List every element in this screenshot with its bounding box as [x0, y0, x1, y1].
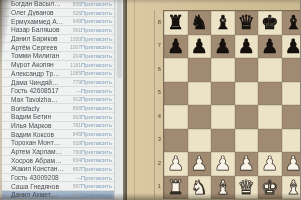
square-b8[interactable]: ♞ — [188, 11, 212, 35]
player-rating: 760 — [66, 149, 81, 155]
square-e8[interactable]: ♚ — [258, 11, 282, 35]
square-a3[interactable] — [164, 129, 188, 153]
player-row[interactable]: Ермухаммед А…649Пригласить — [2, 17, 114, 26]
photo-frame: Богдан Васыл…836ПригласитьОлег Дуванов62… — [0, 0, 300, 200]
piece-black-knight[interactable]: ♞ — [191, 11, 208, 35]
invite-button[interactable]: Пригласить — [81, 157, 114, 163]
player-rating: 845 — [66, 131, 81, 137]
invite-button[interactable]: Пригласить — [81, 18, 114, 24]
player-name: Саша Гнедянов — [11, 183, 66, 190]
square-f3[interactable] — [282, 129, 301, 153]
square-c5[interactable] — [211, 82, 235, 106]
square-e6[interactable] — [258, 58, 282, 82]
player-row[interactable]: Max Tavolzha…912Пригласить — [2, 96, 114, 105]
player-name: Назар Баляшов — [11, 26, 66, 33]
square-f2[interactable]: ♟ — [282, 152, 301, 176]
player-rating: 781 — [66, 122, 81, 128]
player-name: Дама Чиндяй… — [11, 79, 66, 86]
piece-black-queen[interactable]: ♛ — [238, 11, 255, 35]
invite-button[interactable]: Пригласить — [81, 131, 114, 137]
square-e5[interactable] — [258, 82, 282, 106]
invite-button[interactable]: Пригласить — [81, 166, 114, 172]
square-b7[interactable]: ♟ — [188, 35, 212, 59]
piece-white-pawn[interactable]: ♟ — [238, 152, 255, 176]
invite-button[interactable]: Пригласить — [81, 70, 114, 76]
player-rating: 961 — [66, 27, 81, 33]
square-b1[interactable]: ♞ — [188, 176, 212, 200]
player-row[interactable]: Торохан Монт…918Пригласить — [2, 139, 114, 148]
invite-button[interactable]: Пригласить — [81, 175, 114, 181]
player-row[interactable]: Артем Харлам…760Пригласить — [2, 148, 114, 157]
square-c7[interactable]: ♟ — [211, 35, 235, 59]
invite-button[interactable]: Пригласить — [81, 79, 114, 85]
player-rating: 897 — [66, 166, 81, 172]
square-a6[interactable] — [164, 58, 188, 82]
invite-button[interactable]: Пригласить — [81, 149, 114, 155]
invite-button[interactable]: Пригласить — [81, 88, 114, 94]
square-d1[interactable]: ♛ — [235, 176, 259, 200]
player-row[interactable]: Вадим Бетин903Пригласить — [2, 113, 114, 122]
invite-button[interactable]: Пригласить — [81, 183, 114, 189]
player-name: Гость 42608517 — [11, 87, 66, 94]
chess-board[interactable]: ♜♞♝♛♚♝♟♟♟♟♟♟♟♟♟♟♟♟♜♞♝♛♚♝ — [163, 10, 300, 199]
invite-button[interactable]: Пригласить — [81, 1, 114, 7]
player-name: Max Tavolzha… — [11, 96, 66, 103]
square-e2[interactable]: ♟ — [258, 152, 282, 176]
chess-board-area: 87654321 ♜♞♝♛♚♝♟♟♟♟♟♟♟♟♟♟♟♟♜♞♝♛♚♝ — [127, 0, 301, 200]
player-rating: 912 — [66, 96, 81, 102]
square-e7[interactable]: ♟ — [258, 35, 282, 59]
square-c1[interactable]: ♝ — [211, 176, 235, 200]
player-row[interactable]: Хосров Абрам…834Пригласить — [2, 156, 114, 165]
player-row[interactable]: Дама Чиндяй…779Пригласить — [2, 78, 114, 87]
square-b4[interactable] — [188, 105, 212, 129]
square-e4[interactable] — [258, 105, 282, 129]
chess-app-window: Богдан Васыл…836ПригласитьОлег Дуванов62… — [0, 0, 300, 200]
player-rating: 1050 — [66, 36, 81, 42]
player-row[interactable]: Илья Марков781Пригласить — [2, 122, 114, 131]
player-row[interactable]: Жакип Констан…897Пригласить — [2, 165, 114, 174]
invite-button[interactable]: Пригласить — [81, 10, 114, 16]
square-d5[interactable] — [235, 82, 259, 106]
player-rating: 1181 — [66, 62, 81, 68]
square-c4[interactable] — [211, 105, 235, 129]
square-c3[interactable] — [211, 129, 235, 153]
square-c2[interactable]: ♟ — [211, 152, 235, 176]
player-name: Вадим Бетин — [11, 113, 66, 120]
square-d8[interactable]: ♛ — [235, 11, 259, 35]
invite-button[interactable]: Пригласить — [81, 44, 114, 50]
player-row[interactable]: Томми Милиган204Пригласить — [2, 52, 114, 61]
player-rating: 868 — [66, 105, 81, 111]
player-rating: 1007 — [66, 44, 81, 50]
player-name: Артем Харлам… — [11, 148, 66, 155]
piece-black-pawn[interactable]: ♟ — [285, 35, 301, 59]
player-row[interactable]: Богдан Васыл…836Пригласить — [2, 0, 114, 9]
player-row[interactable]: Вадим Коксов845Пригласить — [2, 130, 114, 139]
player-name: Гость 43009208 — [11, 174, 66, 181]
player-rating: 649 — [66, 18, 81, 24]
square-e3[interactable] — [258, 129, 282, 153]
square-a4[interactable] — [164, 105, 188, 129]
piece-white-pawn[interactable]: ♟ — [261, 152, 278, 176]
player-rating: 836 — [66, 1, 81, 7]
piece-white-queen[interactable]: ♛ — [238, 176, 255, 200]
player-rating: — — [66, 175, 81, 181]
piece-white-bishop[interactable]: ♝ — [285, 176, 301, 200]
square-a7[interactable]: ♟ — [164, 35, 188, 59]
piece-black-king[interactable]: ♚ — [261, 11, 278, 35]
piece-white-king[interactable]: ♚ — [261, 176, 278, 200]
piece-white-knight[interactable]: ♞ — [191, 176, 208, 200]
square-c6[interactable] — [211, 58, 235, 82]
player-row[interactable]: Мурот Акопян1181Пригласить — [2, 61, 114, 70]
piece-white-pawn[interactable]: ♟ — [214, 152, 231, 176]
player-rating: 697 — [66, 183, 81, 189]
piece-white-pawn[interactable]: ♟ — [285, 152, 301, 176]
square-f1[interactable]: ♝ — [282, 176, 301, 200]
square-f5[interactable] — [282, 82, 301, 106]
player-row[interactable]: Назар Баляшов961Пригласить — [2, 26, 114, 35]
square-f6[interactable] — [282, 58, 301, 82]
square-b6[interactable] — [188, 58, 212, 82]
square-c8[interactable]: ♝ — [211, 11, 235, 35]
player-name: Артём Сергеев — [11, 44, 66, 51]
player-rating: 918 — [66, 140, 81, 146]
piece-black-pawn[interactable]: ♟ — [191, 35, 208, 59]
player-rating: 903 — [66, 114, 81, 120]
player-row[interactable]: Данил Бариков1050Пригласить — [2, 35, 114, 44]
square-f8[interactable]: ♝ — [282, 11, 301, 35]
piece-black-pawn[interactable]: ♟ — [167, 35, 184, 59]
player-rating: 204 — [66, 53, 81, 59]
player-rating: 834 — [66, 157, 81, 163]
square-a1[interactable]: ♜ — [164, 176, 188, 200]
player-name: Вадим Коксов — [11, 131, 66, 138]
player-row[interactable]: Саша Гнедянов697Пригласить — [2, 182, 114, 191]
player-name: Данил Ахмет… — [11, 191, 66, 198]
piece-black-pawn[interactable]: ♟ — [238, 35, 255, 59]
square-b5[interactable] — [188, 82, 212, 106]
player-name: Торохан Монт… — [11, 139, 66, 146]
player-row[interactable]: Borisfacly868Пригласить — [2, 104, 114, 113]
square-f7[interactable]: ♟ — [282, 35, 301, 59]
piece-white-rook[interactable]: ♜ — [167, 176, 184, 200]
square-d4[interactable] — [235, 105, 259, 129]
player-list: Богдан Васыл…836ПригласитьОлег Дуванов62… — [2, 0, 114, 200]
piece-white-bishop[interactable]: ♝ — [214, 176, 231, 200]
invite-button[interactable]: Пригласить — [81, 140, 114, 146]
piece-black-bishop[interactable]: ♝ — [285, 11, 301, 35]
square-d6[interactable] — [235, 58, 259, 82]
player-name: Данил Бариков — [11, 35, 66, 42]
player-name: Жакип Констан… — [11, 165, 66, 172]
player-name: Хосров Абрам… — [11, 157, 66, 164]
piece-black-pawn[interactable]: ♟ — [214, 35, 231, 59]
player-row[interactable]: Артём Сергеев1007Пригласить — [2, 43, 114, 52]
player-row[interactable]: Гость 43009208—Пригласить — [2, 174, 114, 183]
player-rating: — — [66, 88, 81, 94]
piece-white-pawn[interactable]: ♟ — [191, 152, 208, 176]
invite-button[interactable]: Пригласить — [81, 114, 114, 120]
player-rating: 1085 — [66, 70, 81, 76]
invite-button[interactable]: Пригласить — [81, 53, 114, 59]
player-rating: 626 — [66, 10, 81, 16]
player-name: Borisfacly — [11, 105, 66, 112]
square-d3[interactable] — [235, 129, 259, 153]
square-f4[interactable] — [282, 105, 301, 129]
square-a5[interactable] — [164, 82, 188, 106]
invite-button[interactable]: Пригласить — [81, 62, 114, 68]
invite-button[interactable]: Пригласить — [81, 36, 114, 42]
invite-button[interactable]: Пригласить — [81, 122, 114, 128]
player-name: Ермухаммед А… — [11, 18, 66, 25]
player-name: Мурот Акопян — [11, 61, 66, 68]
square-d7[interactable]: ♟ — [235, 35, 259, 59]
invite-button[interactable]: Пригласить — [81, 192, 114, 198]
player-row[interactable]: Олег Дуванов626Пригласить — [2, 9, 114, 18]
player-row[interactable]: Данил Ахмет…885Пригласить — [2, 191, 114, 200]
invite-button[interactable]: Пригласить — [81, 105, 114, 111]
player-rating: 779 — [66, 79, 81, 85]
square-e1[interactable]: ♚ — [258, 176, 282, 200]
player-name: Олег Дуванов — [11, 9, 66, 16]
scrollbar-thumb[interactable] — [117, 0, 122, 78]
player-rating: 885 — [66, 192, 81, 198]
player-row[interactable]: Гость 42608517—Пригласить — [2, 87, 114, 96]
square-b3[interactable] — [188, 129, 212, 153]
square-a2[interactable]: ♟ — [164, 152, 188, 176]
player-row[interactable]: Александр Тр…1085Пригласить — [2, 70, 114, 79]
piece-black-bishop[interactable]: ♝ — [214, 11, 231, 35]
invite-button[interactable]: Пригласить — [81, 96, 114, 102]
piece-white-pawn[interactable]: ♟ — [167, 152, 184, 176]
square-b2[interactable]: ♟ — [188, 152, 212, 176]
square-a8[interactable]: ♜ — [164, 11, 188, 35]
piece-black-rook[interactable]: ♜ — [167, 11, 184, 35]
player-name: Илья Марков — [11, 122, 66, 129]
square-d2[interactable]: ♟ — [235, 152, 259, 176]
player-name: Богдан Васыл… — [11, 0, 66, 7]
piece-black-pawn[interactable]: ♟ — [261, 35, 278, 59]
player-name: Александр Тр… — [11, 70, 66, 77]
player-name: Томми Милиган — [11, 52, 66, 59]
invite-button[interactable]: Пригласить — [81, 27, 114, 33]
